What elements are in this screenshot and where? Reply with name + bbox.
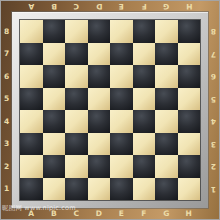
square-f4[interactable] — [133, 110, 156, 133]
square-e4[interactable] — [110, 110, 133, 133]
square-c3[interactable] — [65, 133, 88, 156]
square-a7[interactable] — [20, 43, 43, 66]
square-a5[interactable] — [20, 88, 43, 111]
rank-label-left-5: 5 — [1, 88, 12, 111]
rank-label-right-4: 4 — [208, 110, 219, 133]
square-d8[interactable] — [88, 20, 111, 43]
square-d4[interactable] — [88, 110, 111, 133]
file-label-bottom-e: E — [110, 208, 133, 219]
square-d6[interactable] — [88, 65, 111, 88]
square-b5[interactable] — [43, 88, 66, 111]
square-g2[interactable] — [155, 155, 178, 178]
square-f8[interactable] — [133, 20, 156, 43]
square-b6[interactable] — [43, 65, 66, 88]
square-g5[interactable] — [155, 88, 178, 111]
square-e1[interactable] — [110, 178, 133, 201]
square-h2[interactable] — [178, 155, 201, 178]
square-e8[interactable] — [110, 20, 133, 43]
square-g3[interactable] — [155, 133, 178, 156]
rank-label-right-5: 5 — [208, 88, 219, 111]
file-label-bottom-f: F — [133, 208, 156, 219]
square-b7[interactable] — [43, 43, 66, 66]
square-b8[interactable] — [43, 20, 66, 43]
square-d1[interactable] — [88, 178, 111, 201]
square-b4[interactable] — [43, 110, 66, 133]
rank-label-right-1: 1 — [208, 178, 219, 201]
rank-labels-right: 87654321 — [208, 20, 219, 200]
file-label-top-e: E — [110, 1, 133, 12]
square-b2[interactable] — [43, 155, 66, 178]
square-e3[interactable] — [110, 133, 133, 156]
square-d7[interactable] — [88, 43, 111, 66]
chessboard-photo: ABCDEFGH ABCDEFGH 87654321 87654321 昵图网 … — [0, 0, 220, 220]
square-c5[interactable] — [65, 88, 88, 111]
rank-label-left-8: 8 — [1, 20, 12, 43]
rank-label-left-3: 3 — [1, 133, 12, 156]
rank-label-right-2: 2 — [208, 155, 219, 178]
rank-label-left-6: 6 — [1, 65, 12, 88]
square-g7[interactable] — [155, 43, 178, 66]
file-label-top-a: A — [20, 1, 43, 12]
square-f7[interactable] — [133, 43, 156, 66]
square-h7[interactable] — [178, 43, 201, 66]
square-c7[interactable] — [65, 43, 88, 66]
square-h1[interactable] — [178, 178, 201, 201]
file-labels-top: ABCDEFGH — [20, 1, 200, 12]
square-a8[interactable] — [20, 20, 43, 43]
square-h3[interactable] — [178, 133, 201, 156]
square-d3[interactable] — [88, 133, 111, 156]
file-label-bottom-h: H — [178, 208, 201, 219]
rank-label-left-1: 1 — [1, 178, 12, 201]
file-label-top-d: D — [88, 1, 111, 12]
square-a3[interactable] — [20, 133, 43, 156]
square-c4[interactable] — [65, 110, 88, 133]
square-f3[interactable] — [133, 133, 156, 156]
square-c1[interactable] — [65, 178, 88, 201]
file-label-top-c: C — [65, 1, 88, 12]
file-label-top-h: H — [178, 1, 201, 12]
square-e7[interactable] — [110, 43, 133, 66]
square-e5[interactable] — [110, 88, 133, 111]
square-b1[interactable] — [43, 178, 66, 201]
rank-label-left-7: 7 — [1, 43, 12, 66]
square-h4[interactable] — [178, 110, 201, 133]
square-f5[interactable] — [133, 88, 156, 111]
square-g1[interactable] — [155, 178, 178, 201]
rank-labels-left: 87654321 — [1, 20, 12, 200]
square-e6[interactable] — [110, 65, 133, 88]
square-h8[interactable] — [178, 20, 201, 43]
square-b3[interactable] — [43, 133, 66, 156]
file-label-bottom-g: G — [155, 208, 178, 219]
chess-board — [20, 20, 200, 200]
square-a1[interactable] — [20, 178, 43, 201]
file-label-top-b: B — [43, 1, 66, 12]
square-a6[interactable] — [20, 65, 43, 88]
square-a2[interactable] — [20, 155, 43, 178]
rank-label-right-8: 8 — [208, 20, 219, 43]
square-c2[interactable] — [65, 155, 88, 178]
watermark: 昵图网 www.nipic.com — [2, 204, 76, 213]
file-label-top-g: G — [155, 1, 178, 12]
square-f1[interactable] — [133, 178, 156, 201]
square-f2[interactable] — [133, 155, 156, 178]
square-g6[interactable] — [155, 65, 178, 88]
rank-label-right-7: 7 — [208, 43, 219, 66]
square-c8[interactable] — [65, 20, 88, 43]
file-label-top-f: F — [133, 1, 156, 12]
square-d5[interactable] — [88, 88, 111, 111]
rank-label-left-2: 2 — [1, 155, 12, 178]
rank-label-right-3: 3 — [208, 133, 219, 156]
square-a4[interactable] — [20, 110, 43, 133]
square-f6[interactable] — [133, 65, 156, 88]
file-label-bottom-d: D — [88, 208, 111, 219]
square-d2[interactable] — [88, 155, 111, 178]
square-e2[interactable] — [110, 155, 133, 178]
square-g8[interactable] — [155, 20, 178, 43]
square-g4[interactable] — [155, 110, 178, 133]
rank-label-right-6: 6 — [208, 65, 219, 88]
square-c6[interactable] — [65, 65, 88, 88]
rank-label-left-4: 4 — [1, 110, 12, 133]
square-h6[interactable] — [178, 65, 201, 88]
square-h5[interactable] — [178, 88, 201, 111]
